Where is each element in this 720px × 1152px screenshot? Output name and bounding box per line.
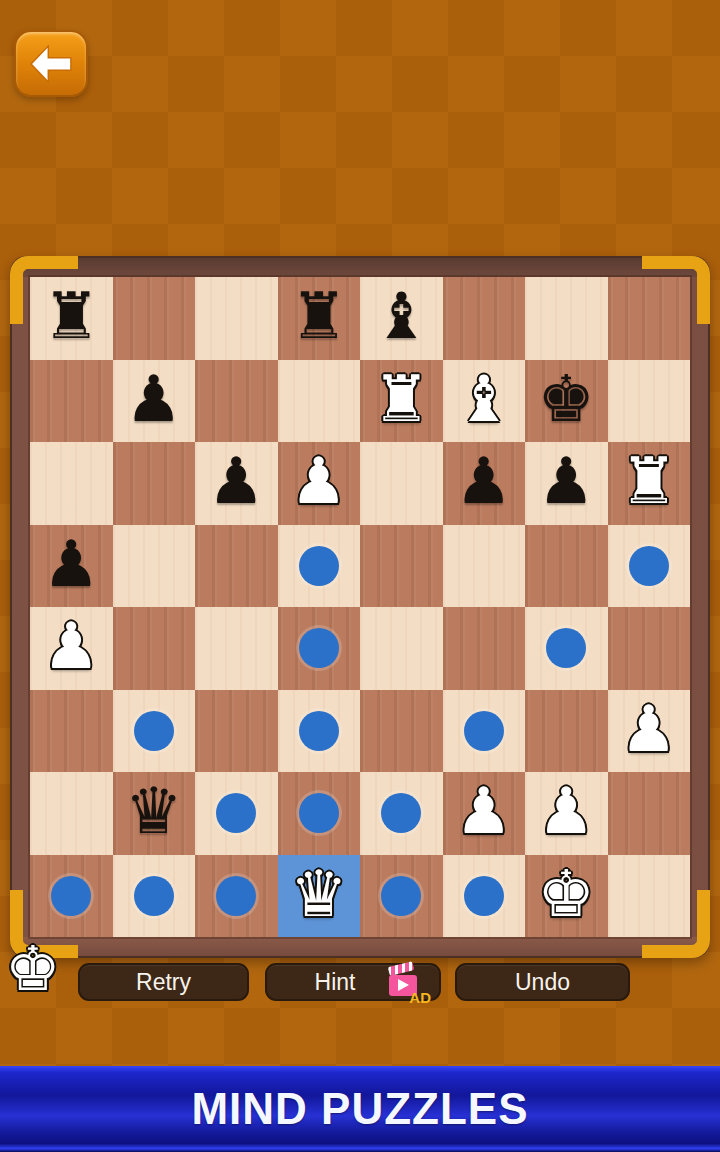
square-b1[interactable]	[113, 855, 196, 938]
piece-white-pawn[interactable]: ♟	[290, 449, 347, 513]
ad-banner[interactable]: MIND PUZZLES	[0, 1066, 720, 1152]
back-button[interactable]	[14, 30, 88, 97]
move-dot[interactable]	[299, 793, 339, 833]
square-a6[interactable]	[30, 442, 113, 525]
retry-button[interactable]: Retry	[78, 963, 249, 1001]
piece-white-pawn[interactable]: ♟	[455, 779, 512, 843]
move-dot[interactable]	[629, 546, 669, 586]
square-c4[interactable]	[195, 607, 278, 690]
hint-button[interactable]: Hint AD	[265, 963, 441, 1001]
play-triangle-icon	[398, 979, 409, 991]
piece-black-pawn[interactable]: ♟	[43, 532, 100, 596]
square-f2[interactable]: ♟	[443, 772, 526, 855]
move-dot[interactable]	[381, 793, 421, 833]
square-f8[interactable]	[443, 277, 526, 360]
move-dot[interactable]	[134, 711, 174, 751]
square-b5[interactable]	[113, 525, 196, 608]
square-b7[interactable]: ♟	[113, 360, 196, 443]
hint-ad-video-icon: AD	[389, 967, 423, 999]
chess-board: ♜♜♝♟♜♝♚♟♟♟♟♜♟♟♟♛♟♟♛♚	[30, 277, 690, 937]
square-h6[interactable]: ♜	[608, 442, 691, 525]
piece-black-pawn[interactable]: ♟	[125, 367, 182, 431]
square-c8[interactable]	[195, 277, 278, 360]
square-b2[interactable]: ♛	[113, 772, 196, 855]
square-h7[interactable]	[608, 360, 691, 443]
square-e6[interactable]	[360, 442, 443, 525]
square-d4[interactable]	[278, 607, 361, 690]
move-dot[interactable]	[299, 628, 339, 668]
square-c7[interactable]	[195, 360, 278, 443]
piece-black-queen[interactable]: ♛	[125, 779, 182, 843]
move-dot[interactable]	[134, 876, 174, 916]
square-c5[interactable]	[195, 525, 278, 608]
square-c1[interactable]	[195, 855, 278, 938]
chess-puzzle-screen: { "game": "chess", "screen": { "banner_a…	[0, 0, 720, 1152]
piece-white-queen[interactable]: ♛	[290, 862, 347, 926]
square-g3[interactable]	[525, 690, 608, 773]
board-frame: ♜♜♝♟♜♝♚♟♟♟♟♜♟♟♟♛♟♟♛♚	[10, 256, 710, 958]
square-a4[interactable]: ♟	[30, 607, 113, 690]
square-g2[interactable]: ♟	[525, 772, 608, 855]
square-a8[interactable]: ♜	[30, 277, 113, 360]
move-dot[interactable]	[464, 876, 504, 916]
piece-white-rook[interactable]: ♜	[373, 367, 430, 431]
square-f4[interactable]	[443, 607, 526, 690]
square-b6[interactable]	[113, 442, 196, 525]
ad-label: AD	[409, 989, 431, 1006]
square-a1[interactable]	[30, 855, 113, 938]
square-h5[interactable]	[608, 525, 691, 608]
square-g8[interactable]	[525, 277, 608, 360]
square-a5[interactable]: ♟	[30, 525, 113, 608]
move-dot[interactable]	[299, 711, 339, 751]
piece-black-rook[interactable]: ♜	[43, 284, 100, 348]
move-dot[interactable]	[299, 546, 339, 586]
piece-black-pawn[interactable]: ♟	[455, 449, 512, 513]
piece-white-bishop[interactable]: ♝	[455, 367, 512, 431]
back-arrow-icon	[29, 45, 73, 83]
square-g5[interactable]	[525, 525, 608, 608]
move-dot[interactable]	[381, 876, 421, 916]
square-a7[interactable]	[30, 360, 113, 443]
move-dot[interactable]	[546, 628, 586, 668]
piece-black-king[interactable]: ♚	[538, 367, 595, 431]
square-g4[interactable]	[525, 607, 608, 690]
square-h2[interactable]	[608, 772, 691, 855]
square-e8[interactable]: ♝	[360, 277, 443, 360]
piece-black-pawn[interactable]: ♟	[538, 449, 595, 513]
square-a2[interactable]	[30, 772, 113, 855]
square-h8[interactable]	[608, 277, 691, 360]
square-h4[interactable]	[608, 607, 691, 690]
hint-button-label: Hint	[315, 969, 356, 996]
square-e1[interactable]	[360, 855, 443, 938]
square-b3[interactable]	[113, 690, 196, 773]
undo-button-label: Undo	[515, 969, 570, 996]
piece-black-rook[interactable]: ♜	[290, 284, 347, 348]
ad-banner-text: MIND PUZZLES	[191, 1084, 528, 1134]
piece-white-pawn[interactable]: ♟	[620, 697, 677, 761]
square-e2[interactable]	[360, 772, 443, 855]
square-c3[interactable]	[195, 690, 278, 773]
undo-button[interactable]: Undo	[455, 963, 630, 1001]
retry-button-label: Retry	[136, 969, 191, 996]
square-e4[interactable]	[360, 607, 443, 690]
piece-white-king[interactable]: ♚	[538, 862, 595, 926]
piece-white-pawn[interactable]: ♟	[43, 614, 100, 678]
square-e5[interactable]	[360, 525, 443, 608]
square-f5[interactable]	[443, 525, 526, 608]
move-dot[interactable]	[216, 793, 256, 833]
square-c2[interactable]	[195, 772, 278, 855]
square-e3[interactable]	[360, 690, 443, 773]
square-f7[interactable]: ♝	[443, 360, 526, 443]
square-c6[interactable]: ♟	[195, 442, 278, 525]
square-d2[interactable]	[278, 772, 361, 855]
move-dot[interactable]	[51, 876, 91, 916]
square-f1[interactable]	[443, 855, 526, 938]
square-g6[interactable]: ♟	[525, 442, 608, 525]
piece-black-pawn[interactable]: ♟	[208, 449, 265, 513]
square-g1[interactable]: ♚	[525, 855, 608, 938]
square-f6[interactable]: ♟	[443, 442, 526, 525]
clapperboard-top-icon	[388, 961, 414, 976]
square-d1[interactable]: ♛	[278, 855, 361, 938]
move-dot[interactable]	[216, 876, 256, 916]
side-to-move-white-king-icon: ♚	[5, 938, 61, 1000]
square-d5[interactable]	[278, 525, 361, 608]
square-h3[interactable]: ♟	[608, 690, 691, 773]
square-d8[interactable]: ♜	[278, 277, 361, 360]
square-d3[interactable]	[278, 690, 361, 773]
square-b4[interactable]	[113, 607, 196, 690]
square-a3[interactable]	[30, 690, 113, 773]
move-dot[interactable]	[464, 711, 504, 751]
square-b8[interactable]	[113, 277, 196, 360]
square-d7[interactable]	[278, 360, 361, 443]
piece-white-pawn[interactable]: ♟	[538, 779, 595, 843]
square-e7[interactable]: ♜	[360, 360, 443, 443]
square-f3[interactable]	[443, 690, 526, 773]
square-g7[interactable]: ♚	[525, 360, 608, 443]
square-h1[interactable]	[608, 855, 691, 938]
piece-black-bishop[interactable]: ♝	[373, 284, 430, 348]
piece-white-rook[interactable]: ♜	[620, 449, 677, 513]
square-d6[interactable]: ♟	[278, 442, 361, 525]
